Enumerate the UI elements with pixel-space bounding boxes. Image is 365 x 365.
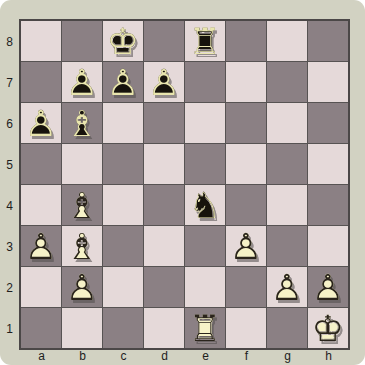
square-f4[interactable]	[226, 185, 266, 225]
square-a5[interactable]	[21, 144, 61, 184]
square-g2[interactable]: ♟♙	[267, 267, 307, 307]
rank-label-4: 4	[0, 185, 19, 226]
square-d4[interactable]	[144, 185, 184, 225]
black-pawn-outline: ♙	[62, 62, 102, 102]
square-c1[interactable]	[103, 308, 143, 348]
square-f1[interactable]	[226, 308, 266, 348]
square-f2[interactable]	[226, 267, 266, 307]
rank-label-5: 5	[0, 144, 19, 185]
white-king-outline: ♔	[308, 308, 348, 348]
square-h5[interactable]	[308, 144, 348, 184]
square-g7[interactable]	[267, 62, 307, 102]
black-pawn[interactable]: ♟♙	[103, 62, 143, 102]
square-a7[interactable]	[21, 62, 61, 102]
rank-label-1: 1	[0, 308, 19, 349]
square-h4[interactable]	[308, 185, 348, 225]
file-label-b: b	[62, 349, 103, 363]
black-pawn-outline: ♙	[144, 62, 184, 102]
black-knight[interactable]: ♞♘	[185, 185, 225, 225]
square-b4[interactable]: ♝♗	[62, 185, 102, 225]
file-label-a: a	[21, 349, 62, 363]
white-pawn-outline: ♙	[267, 267, 307, 307]
white-king[interactable]: ♚♔	[308, 308, 348, 348]
square-c5[interactable]	[103, 144, 143, 184]
white-bishop-outline: ♗	[62, 226, 102, 266]
square-e4[interactable]: ♞♘	[185, 185, 225, 225]
square-b2[interactable]: ♟♙	[62, 267, 102, 307]
square-f7[interactable]	[226, 62, 266, 102]
square-b6[interactable]: ♝♗	[62, 103, 102, 143]
rank-labels: 87654321	[0, 21, 19, 349]
rank-label-6: 6	[0, 103, 19, 144]
square-e7[interactable]	[185, 62, 225, 102]
black-pawn[interactable]: ♟♙	[144, 62, 184, 102]
black-pawn-outline: ♙	[21, 103, 61, 143]
square-d1[interactable]	[144, 308, 184, 348]
square-a2[interactable]	[21, 267, 61, 307]
black-knight-outline: ♘	[185, 185, 225, 225]
black-pawn[interactable]: ♟♙	[21, 103, 61, 143]
square-c7[interactable]: ♟♙	[103, 62, 143, 102]
square-g3[interactable]	[267, 226, 307, 266]
file-label-e: e	[185, 349, 226, 363]
square-g4[interactable]	[267, 185, 307, 225]
file-label-f: f	[226, 349, 267, 363]
square-a3[interactable]: ♟♙	[21, 226, 61, 266]
square-f5[interactable]	[226, 144, 266, 184]
white-rook-outline: ♖	[185, 308, 225, 348]
square-c4[interactable]	[103, 185, 143, 225]
square-g8[interactable]	[267, 21, 307, 61]
square-d6[interactable]	[144, 103, 184, 143]
chess-board-panel: ♚♔♜♖♟♙♟♙♟♙♟♙♝♗♝♗♞♘♟♙♝♗♟♙♟♙♟♙♟♙♜♖♚♔ 87654…	[0, 0, 365, 365]
white-pawn[interactable]: ♟♙	[267, 267, 307, 307]
square-d3[interactable]	[144, 226, 184, 266]
square-b8[interactable]	[62, 21, 102, 61]
square-a8[interactable]	[21, 21, 61, 61]
square-h8[interactable]	[308, 21, 348, 61]
square-f3[interactable]: ♟♙	[226, 226, 266, 266]
square-h1[interactable]: ♚♔	[308, 308, 348, 348]
rank-label-2: 2	[0, 267, 19, 308]
square-c8[interactable]: ♚♔	[103, 21, 143, 61]
square-h6[interactable]	[308, 103, 348, 143]
square-e8[interactable]: ♜♖	[185, 21, 225, 61]
file-label-g: g	[267, 349, 308, 363]
square-e2[interactable]	[185, 267, 225, 307]
square-d7[interactable]: ♟♙	[144, 62, 184, 102]
square-d8[interactable]	[144, 21, 184, 61]
square-a6[interactable]: ♟♙	[21, 103, 61, 143]
black-bishop[interactable]: ♝♗	[62, 103, 102, 143]
square-g1[interactable]	[267, 308, 307, 348]
white-bishop[interactable]: ♝♗	[62, 185, 102, 225]
square-g6[interactable]	[267, 103, 307, 143]
black-pawn-outline: ♙	[103, 62, 143, 102]
square-a1[interactable]	[21, 308, 61, 348]
white-pawn-outline: ♙	[21, 226, 61, 266]
square-b1[interactable]	[62, 308, 102, 348]
square-e3[interactable]	[185, 226, 225, 266]
white-bishop[interactable]: ♝♗	[62, 226, 102, 266]
square-a4[interactable]	[21, 185, 61, 225]
square-h7[interactable]	[308, 62, 348, 102]
black-rook[interactable]: ♜♖	[185, 21, 225, 61]
white-pawn[interactable]: ♟♙	[62, 267, 102, 307]
rank-label-7: 7	[0, 62, 19, 103]
square-e6[interactable]	[185, 103, 225, 143]
black-pawn[interactable]: ♟♙	[62, 62, 102, 102]
square-f8[interactable]	[226, 21, 266, 61]
square-d2[interactable]	[144, 267, 184, 307]
square-d5[interactable]	[144, 144, 184, 184]
square-e1[interactable]: ♜♖	[185, 308, 225, 348]
black-king-outline: ♔	[103, 21, 143, 61]
black-king[interactable]: ♚♔	[103, 21, 143, 61]
square-c2[interactable]	[103, 267, 143, 307]
white-bishop-outline: ♗	[62, 185, 102, 225]
chess-board: ♚♔♜♖♟♙♟♙♟♙♟♙♝♗♝♗♞♘♟♙♝♗♟♙♟♙♟♙♟♙♜♖♚♔	[19, 19, 350, 350]
white-pawn[interactable]: ♟♙	[226, 226, 266, 266]
square-g5[interactable]	[267, 144, 307, 184]
file-label-h: h	[308, 349, 349, 363]
black-rook-outline: ♖	[185, 21, 225, 61]
square-c3[interactable]	[103, 226, 143, 266]
square-b5[interactable]	[62, 144, 102, 184]
white-pawn-outline: ♙	[62, 267, 102, 307]
square-e5[interactable]	[185, 144, 225, 184]
white-rook[interactable]: ♜♖	[185, 308, 225, 348]
file-label-c: c	[103, 349, 144, 363]
square-h2[interactable]: ♟♙	[308, 267, 348, 307]
white-pawn-outline: ♙	[308, 267, 348, 307]
square-c6[interactable]	[103, 103, 143, 143]
rank-label-3: 3	[0, 226, 19, 267]
square-h3[interactable]	[308, 226, 348, 266]
rank-label-8: 8	[0, 21, 19, 62]
white-pawn[interactable]: ♟♙	[308, 267, 348, 307]
file-labels: abcdefgh	[21, 349, 349, 363]
black-bishop-outline: ♗	[62, 103, 102, 143]
square-b3[interactable]: ♝♗	[62, 226, 102, 266]
square-b7[interactable]: ♟♙	[62, 62, 102, 102]
white-pawn[interactable]: ♟♙	[21, 226, 61, 266]
square-f6[interactable]	[226, 103, 266, 143]
white-pawn-outline: ♙	[226, 226, 266, 266]
file-label-d: d	[144, 349, 185, 363]
